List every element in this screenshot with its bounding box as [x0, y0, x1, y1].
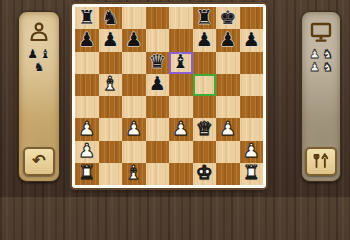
square-h7[interactable]: ♟	[240, 29, 264, 51]
square-a7[interactable]: ♟	[75, 29, 99, 51]
square-f2[interactable]	[193, 141, 217, 163]
piece-white-pawn[interactable]: ♟	[125, 119, 142, 138]
captured-white-tray: ♟♞♟♞	[302, 48, 340, 74]
piece-white-king[interactable]: ♚	[196, 163, 213, 182]
square-h1[interactable]: ♜	[240, 163, 264, 185]
undo-button[interactable]: ↶	[23, 147, 55, 176]
piece-black-pawn[interactable]: ♟	[219, 30, 236, 49]
square-b5[interactable]: ♝	[99, 74, 123, 96]
square-b4[interactable]	[99, 96, 123, 118]
piece-black-pawn[interactable]: ♟	[196, 30, 213, 49]
square-e8[interactable]	[169, 7, 193, 29]
tools-icon	[312, 153, 330, 170]
square-d6[interactable]: ♛	[146, 52, 170, 74]
piece-black-rook[interactable]: ♜	[196, 8, 213, 27]
square-f7[interactable]: ♟	[193, 29, 217, 51]
square-d8[interactable]	[146, 7, 170, 29]
square-c3[interactable]: ♟	[122, 118, 146, 140]
square-d4[interactable]	[146, 96, 170, 118]
chess-board: ♜♞♜♚♟♟♟♟♟♟♛♝♝♟♟♟♟♛♟♟♟♜♝♚♜	[75, 7, 263, 185]
settings-button[interactable]	[305, 147, 337, 176]
square-a6[interactable]	[75, 52, 99, 74]
captured-white-pawn: ♟	[309, 61, 320, 74]
square-e5[interactable]	[169, 74, 193, 96]
piece-white-pawn[interactable]: ♟	[78, 119, 95, 138]
square-c4[interactable]	[122, 96, 146, 118]
piece-black-pawn[interactable]: ♟	[149, 74, 166, 93]
square-e2[interactable]	[169, 141, 193, 163]
square-b6[interactable]	[99, 52, 123, 74]
square-c7[interactable]: ♟	[122, 29, 146, 51]
square-h6[interactable]	[240, 52, 264, 74]
square-g2[interactable]	[216, 141, 240, 163]
square-b1[interactable]	[99, 163, 123, 185]
piece-white-bishop[interactable]: ♝	[125, 163, 142, 182]
square-b7[interactable]: ♟	[99, 29, 123, 51]
square-g5[interactable]	[216, 74, 240, 96]
piece-white-pawn[interactable]: ♟	[78, 141, 95, 160]
piece-white-pawn[interactable]: ♟	[172, 119, 189, 138]
piece-white-bishop[interactable]: ♝	[102, 74, 119, 93]
square-a2[interactable]: ♟	[75, 141, 99, 163]
square-b2[interactable]	[99, 141, 123, 163]
square-h4[interactable]	[240, 96, 264, 118]
square-d3[interactable]	[146, 118, 170, 140]
piece-black-pawn[interactable]: ♟	[125, 30, 142, 49]
piece-black-rook[interactable]: ♜	[78, 8, 95, 27]
square-g6[interactable]	[216, 52, 240, 74]
square-a8[interactable]: ♜	[75, 7, 99, 29]
captured-black-tray: ♟♝♞	[19, 48, 59, 74]
piece-black-bishop[interactable]: ♝	[172, 52, 189, 71]
piece-black-pawn[interactable]: ♟	[243, 30, 260, 49]
square-e1[interactable]	[169, 163, 193, 185]
captured-white-knight: ♞	[322, 61, 333, 74]
captured-black-knight: ♞	[34, 61, 45, 74]
square-h2[interactable]: ♟	[240, 141, 264, 163]
piece-black-pawn[interactable]: ♟	[102, 30, 119, 49]
piece-white-queen[interactable]: ♛	[196, 119, 213, 138]
square-e6[interactable]: ♝	[169, 52, 193, 74]
square-f5[interactable]	[193, 74, 217, 96]
square-f6[interactable]	[193, 52, 217, 74]
piece-white-pawn[interactable]: ♟	[219, 119, 236, 138]
square-c2[interactable]	[122, 141, 146, 163]
square-h3[interactable]	[240, 118, 264, 140]
piece-black-king[interactable]: ♚	[219, 8, 236, 27]
square-d7[interactable]	[146, 29, 170, 51]
square-g4[interactable]	[216, 96, 240, 118]
square-a5[interactable]	[75, 74, 99, 96]
square-d1[interactable]	[146, 163, 170, 185]
piece-white-rook[interactable]: ♜	[243, 163, 260, 182]
person-icon	[19, 21, 59, 43]
square-e7[interactable]	[169, 29, 193, 51]
square-c6[interactable]	[122, 52, 146, 74]
square-a3[interactable]: ♟	[75, 118, 99, 140]
piece-white-rook[interactable]: ♜	[78, 163, 95, 182]
piece-black-knight[interactable]: ♞	[102, 8, 119, 27]
square-f8[interactable]: ♜	[193, 7, 217, 29]
square-b8[interactable]: ♞	[99, 7, 123, 29]
square-f4[interactable]	[193, 96, 217, 118]
square-g1[interactable]	[216, 163, 240, 185]
square-h5[interactable]	[240, 74, 264, 96]
piece-white-pawn[interactable]: ♟	[243, 141, 260, 160]
square-g8[interactable]: ♚	[216, 7, 240, 29]
chess-board-frame: ♜♞♜♚♟♟♟♟♟♟♛♝♝♟♟♟♟♛♟♟♟♜♝♚♜	[72, 4, 266, 188]
player-panel: ♟♝♞ ↶	[18, 11, 60, 182]
square-c8[interactable]	[122, 7, 146, 29]
square-a4[interactable]	[75, 96, 99, 118]
square-b3[interactable]	[99, 118, 123, 140]
square-c1[interactable]: ♝	[122, 163, 146, 185]
square-d2[interactable]	[146, 141, 170, 163]
square-g7[interactable]: ♟	[216, 29, 240, 51]
square-f3[interactable]: ♛	[193, 118, 217, 140]
square-e3[interactable]: ♟	[169, 118, 193, 140]
square-d5[interactable]: ♟	[146, 74, 170, 96]
square-e4[interactable]	[169, 96, 193, 118]
square-f1[interactable]: ♚	[193, 163, 217, 185]
square-h8[interactable]	[240, 7, 264, 29]
computer-icon	[302, 21, 340, 43]
square-a1[interactable]: ♜	[75, 163, 99, 185]
square-c5[interactable]	[122, 74, 146, 96]
computer-panel: ♟♞♟♞	[301, 11, 341, 182]
square-g3[interactable]: ♟	[216, 118, 240, 140]
piece-black-pawn[interactable]: ♟	[78, 30, 95, 49]
undo-icon: ↶	[32, 153, 45, 169]
piece-black-queen[interactable]: ♛	[149, 52, 166, 71]
